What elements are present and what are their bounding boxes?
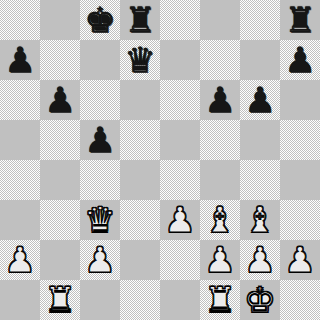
white-bishop-g3: ♝	[244, 200, 275, 240]
square-f2[interactable]: ♟	[200, 240, 240, 280]
square-h6[interactable]	[280, 80, 320, 120]
square-g2[interactable]: ♟	[240, 240, 280, 280]
chess-board: ♚♜♜♟♛♟♟♟♟♟♛♟♝♝♟♟♟♟♟♜♜♚	[0, 0, 320, 320]
square-b5[interactable]	[40, 120, 80, 160]
white-pawn-h2: ♟	[284, 240, 315, 280]
square-d1[interactable]	[120, 280, 160, 320]
square-h3[interactable]	[280, 200, 320, 240]
square-a1[interactable]	[0, 280, 40, 320]
square-b1[interactable]: ♜	[40, 280, 80, 320]
black-pawn-g6: ♟	[244, 80, 275, 120]
square-g8[interactable]	[240, 0, 280, 40]
square-g1[interactable]: ♚	[240, 280, 280, 320]
square-b2[interactable]	[40, 240, 80, 280]
square-e3[interactable]: ♟	[160, 200, 200, 240]
square-e6[interactable]	[160, 80, 200, 120]
square-f8[interactable]	[200, 0, 240, 40]
square-h4[interactable]	[280, 160, 320, 200]
square-a6[interactable]	[0, 80, 40, 120]
square-h8[interactable]: ♜	[280, 0, 320, 40]
square-d5[interactable]	[120, 120, 160, 160]
square-e5[interactable]	[160, 120, 200, 160]
square-f7[interactable]	[200, 40, 240, 80]
square-f5[interactable]	[200, 120, 240, 160]
black-pawn-c5: ♟	[84, 120, 115, 160]
square-d4[interactable]	[120, 160, 160, 200]
square-a3[interactable]	[0, 200, 40, 240]
square-g4[interactable]	[240, 160, 280, 200]
square-e1[interactable]	[160, 280, 200, 320]
square-c6[interactable]	[80, 80, 120, 120]
square-d6[interactable]	[120, 80, 160, 120]
black-rook-d8: ♜	[124, 0, 155, 40]
white-queen-c3: ♛	[84, 200, 115, 240]
white-bishop-f3: ♝	[204, 200, 235, 240]
black-rook-h8: ♜	[284, 0, 315, 40]
square-a7[interactable]: ♟	[0, 40, 40, 80]
square-d3[interactable]	[120, 200, 160, 240]
square-e2[interactable]	[160, 240, 200, 280]
square-f4[interactable]	[200, 160, 240, 200]
square-c1[interactable]	[80, 280, 120, 320]
square-a2[interactable]: ♟	[0, 240, 40, 280]
white-pawn-f2: ♟	[204, 240, 235, 280]
square-c4[interactable]	[80, 160, 120, 200]
square-a4[interactable]	[0, 160, 40, 200]
square-g3[interactable]: ♝	[240, 200, 280, 240]
square-c2[interactable]: ♟	[80, 240, 120, 280]
square-e7[interactable]	[160, 40, 200, 80]
square-g7[interactable]	[240, 40, 280, 80]
square-f1[interactable]: ♜	[200, 280, 240, 320]
square-f6[interactable]: ♟	[200, 80, 240, 120]
black-pawn-b6: ♟	[44, 80, 75, 120]
square-b3[interactable]	[40, 200, 80, 240]
square-b6[interactable]: ♟	[40, 80, 80, 120]
square-c5[interactable]: ♟	[80, 120, 120, 160]
white-king-g1: ♚	[244, 280, 275, 320]
square-b7[interactable]	[40, 40, 80, 80]
black-pawn-h7: ♟	[284, 40, 315, 80]
square-g5[interactable]	[240, 120, 280, 160]
square-e4[interactable]	[160, 160, 200, 200]
square-b4[interactable]	[40, 160, 80, 200]
white-pawn-a2: ♟	[4, 240, 35, 280]
black-pawn-f6: ♟	[204, 80, 235, 120]
white-pawn-c2: ♟	[84, 240, 115, 280]
square-e8[interactable]	[160, 0, 200, 40]
square-h2[interactable]: ♟	[280, 240, 320, 280]
white-rook-b1: ♜	[44, 280, 75, 320]
square-f3[interactable]: ♝	[200, 200, 240, 240]
white-pawn-e3: ♟	[164, 200, 195, 240]
square-b8[interactable]	[40, 0, 80, 40]
square-c7[interactable]	[80, 40, 120, 80]
square-c3[interactable]: ♛	[80, 200, 120, 240]
black-queen-d7: ♛	[124, 40, 155, 80]
square-d8[interactable]: ♜	[120, 0, 160, 40]
black-king-c8: ♚	[84, 0, 115, 40]
square-d2[interactable]	[120, 240, 160, 280]
square-a5[interactable]	[0, 120, 40, 160]
square-h7[interactable]: ♟	[280, 40, 320, 80]
square-g6[interactable]: ♟	[240, 80, 280, 120]
square-h5[interactable]	[280, 120, 320, 160]
square-c8[interactable]: ♚	[80, 0, 120, 40]
white-rook-f1: ♜	[204, 280, 235, 320]
square-h1[interactable]	[280, 280, 320, 320]
square-d7[interactable]: ♛	[120, 40, 160, 80]
white-pawn-g2: ♟	[244, 240, 275, 280]
black-pawn-a7: ♟	[4, 40, 35, 80]
square-a8[interactable]	[0, 0, 40, 40]
